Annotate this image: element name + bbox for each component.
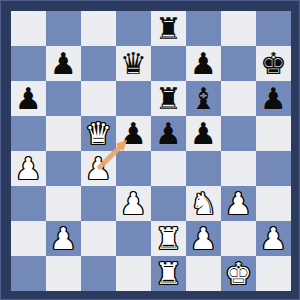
square-d3[interactable]: ♟ [116,186,151,221]
piece-black-pawn-e5[interactable]: ♟ [151,116,186,151]
square-b7[interactable]: ♟ [46,46,81,81]
square-e1[interactable]: ♜ [151,256,186,291]
square-d7[interactable]: ♛ [116,46,151,81]
piece-white-rook-e2[interactable]: ♜ [151,221,186,256]
piece-white-queen-c5[interactable]: ♛ [81,116,116,151]
square-a3[interactable] [11,186,46,221]
square-c1[interactable] [81,256,116,291]
piece-white-pawn-c4[interactable]: ♟ [81,151,116,186]
piece-black-rook-e6[interactable]: ♜ [151,81,186,116]
square-f8[interactable] [186,11,221,46]
square-g4[interactable] [221,151,256,186]
square-e3[interactable] [151,186,186,221]
square-a6[interactable]: ♟ [11,81,46,116]
square-f7[interactable]: ♟ [186,46,221,81]
square-h8[interactable] [256,11,291,46]
square-e8[interactable]: ♜ [151,11,186,46]
piece-black-pawn-h6[interactable]: ♟ [256,81,291,116]
piece-black-king-h7[interactable]: ♚ [256,46,291,81]
square-c5[interactable]: ♛ [81,116,116,151]
square-c6[interactable] [81,81,116,116]
piece-black-pawn-f5[interactable]: ♟ [186,116,221,151]
piece-white-pawn-b2[interactable]: ♟ [46,221,81,256]
square-d8[interactable] [116,11,151,46]
square-b2[interactable]: ♟ [46,221,81,256]
square-g1[interactable]: ♚ [221,256,256,291]
piece-white-pawn-g3[interactable]: ♟ [221,186,256,221]
square-f6[interactable]: ♝ [186,81,221,116]
piece-white-king-g1[interactable]: ♚ [221,256,256,291]
piece-white-pawn-d3[interactable]: ♟ [116,186,151,221]
piece-black-pawn-f7[interactable]: ♟ [186,46,221,81]
square-e6[interactable]: ♜ [151,81,186,116]
square-g7[interactable] [221,46,256,81]
square-g6[interactable] [221,81,256,116]
square-d1[interactable] [116,256,151,291]
square-d4[interactable] [116,151,151,186]
square-b6[interactable] [46,81,81,116]
square-f5[interactable]: ♟ [186,116,221,151]
square-c2[interactable] [81,221,116,256]
square-e2[interactable]: ♜ [151,221,186,256]
square-c7[interactable] [81,46,116,81]
square-e5[interactable]: ♟ [151,116,186,151]
square-h7[interactable]: ♚ [256,46,291,81]
square-f3[interactable]: ♞ [186,186,221,221]
square-e4[interactable] [151,151,186,186]
square-a4[interactable]: ♟ [11,151,46,186]
square-h6[interactable]: ♟ [256,81,291,116]
square-b5[interactable] [46,116,81,151]
square-c4[interactable]: ♟ [81,151,116,186]
square-f4[interactable] [186,151,221,186]
square-c8[interactable] [81,11,116,46]
piece-white-knight-f3[interactable]: ♞ [186,186,221,221]
square-f2[interactable]: ♟ [186,221,221,256]
square-b8[interactable] [46,11,81,46]
chess-board-frame: ♜♟♛♟♚♟♜♝♟♛♟♟♟♟♟♟♞♟♟♜♟♟♜♚ [0,0,300,300]
square-d6[interactable] [116,81,151,116]
square-a2[interactable] [11,221,46,256]
piece-black-bishop-f6[interactable]: ♝ [186,81,221,116]
piece-black-queen-d7[interactable]: ♛ [116,46,151,81]
square-g8[interactable] [221,11,256,46]
square-g3[interactable]: ♟ [221,186,256,221]
square-a1[interactable] [11,256,46,291]
square-c3[interactable] [81,186,116,221]
piece-white-pawn-a4[interactable]: ♟ [11,151,46,186]
square-d2[interactable] [116,221,151,256]
square-b3[interactable] [46,186,81,221]
chess-board[interactable]: ♜♟♛♟♚♟♜♝♟♛♟♟♟♟♟♟♞♟♟♜♟♟♜♚ [11,11,291,291]
piece-black-rook-e8[interactable]: ♜ [151,11,186,46]
square-b1[interactable] [46,256,81,291]
square-a5[interactable] [11,116,46,151]
square-f1[interactable] [186,256,221,291]
piece-black-pawn-b7[interactable]: ♟ [46,46,81,81]
square-h2[interactable]: ♟ [256,221,291,256]
piece-white-rook-e1[interactable]: ♜ [151,256,186,291]
square-h4[interactable] [256,151,291,186]
square-a8[interactable] [11,11,46,46]
square-a7[interactable] [11,46,46,81]
square-g2[interactable] [221,221,256,256]
piece-white-pawn-h2[interactable]: ♟ [256,221,291,256]
piece-black-pawn-a6[interactable]: ♟ [11,81,46,116]
square-d5[interactable]: ♟ [116,116,151,151]
square-g5[interactable] [221,116,256,151]
square-b4[interactable] [46,151,81,186]
square-h1[interactable] [256,256,291,291]
piece-black-pawn-d5[interactable]: ♟ [116,116,151,151]
square-h5[interactable] [256,116,291,151]
piece-white-pawn-f2[interactable]: ♟ [186,221,221,256]
square-e7[interactable] [151,46,186,81]
square-h3[interactable] [256,186,291,221]
